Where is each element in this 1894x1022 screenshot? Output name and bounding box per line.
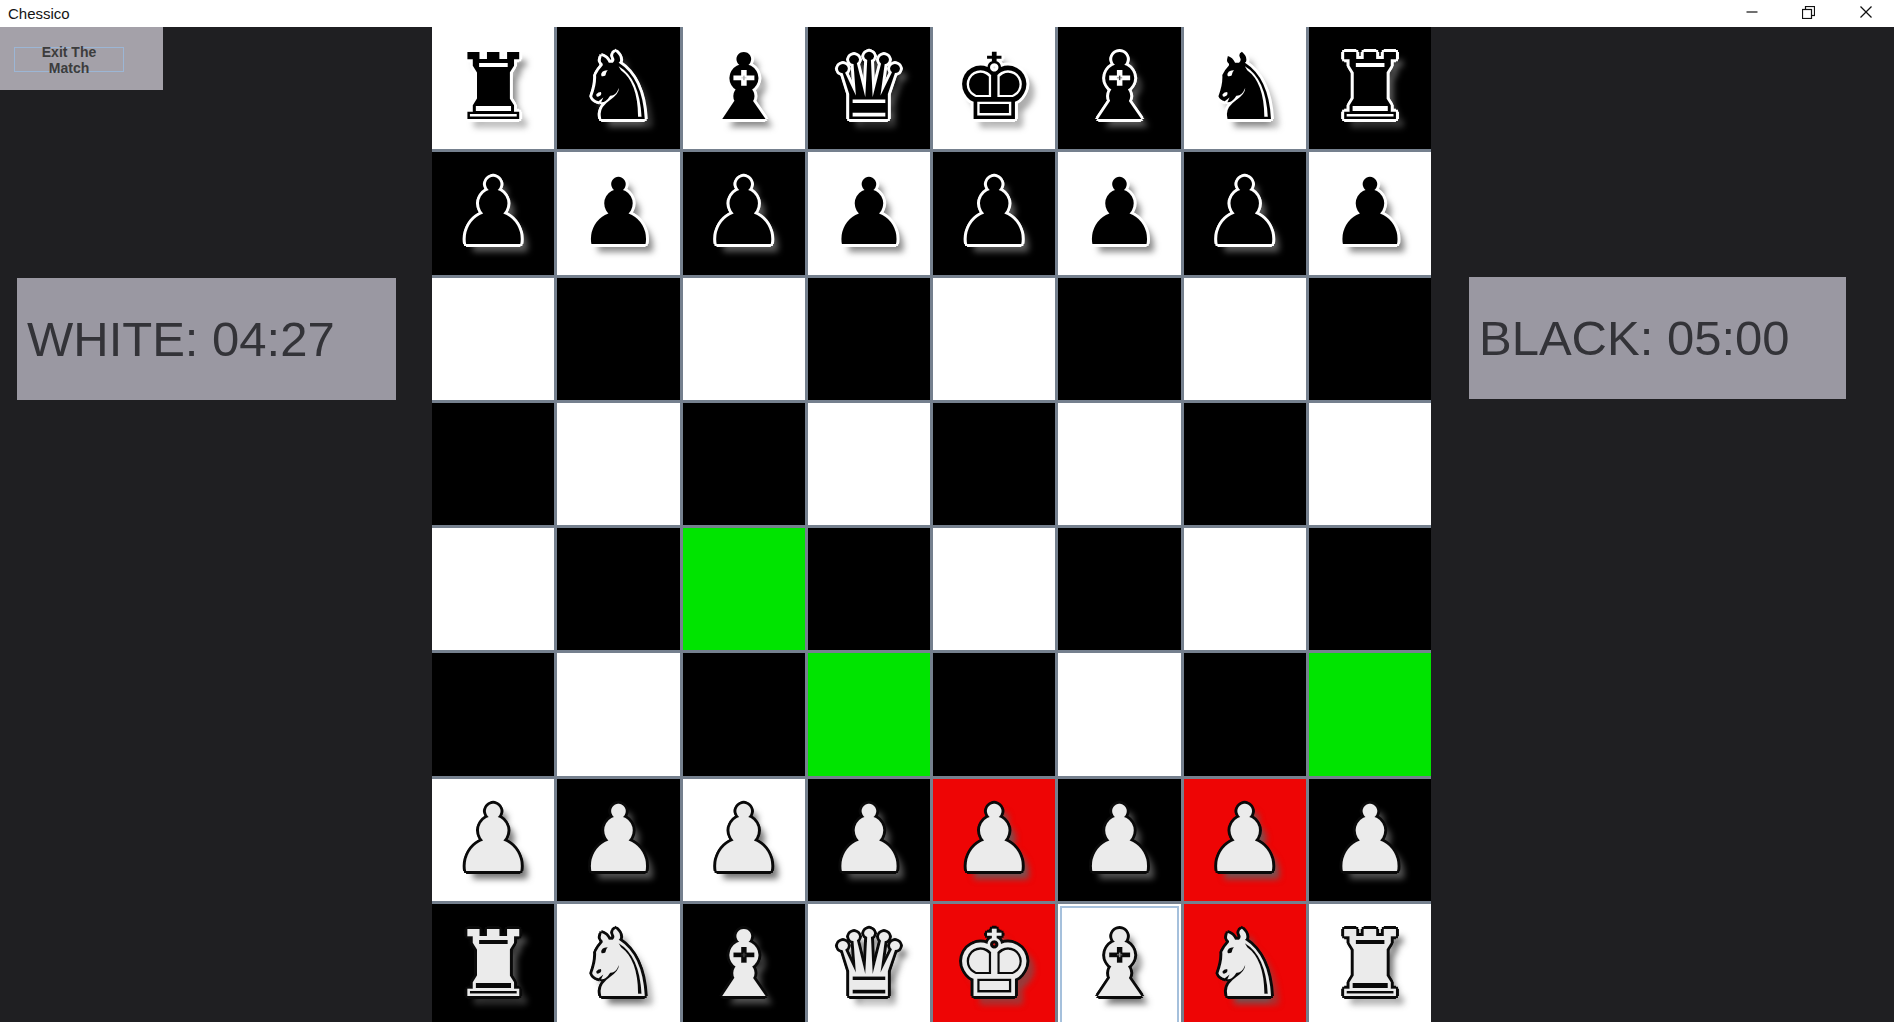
black-pawn-piece: ♟ (1203, 167, 1285, 259)
black-clock: BLACK: 05:00 (1469, 277, 1846, 399)
square-h6[interactable] (1309, 278, 1431, 400)
square-a2[interactable]: ♟ (432, 779, 554, 901)
square-h7[interactable]: ♟ (1309, 152, 1431, 274)
square-b5[interactable] (557, 403, 679, 525)
square-d6[interactable] (808, 278, 930, 400)
square-e2[interactable]: ♟ (933, 779, 1055, 901)
close-button[interactable] (1837, 0, 1894, 27)
square-a3[interactable] (432, 653, 554, 775)
exit-panel: Exit The Match (0, 27, 163, 90)
square-c4[interactable] (683, 528, 805, 650)
black-pawn-piece: ♟ (577, 167, 659, 259)
white-knight-piece: ♞ (577, 919, 659, 1011)
white-pawn-piece: ♟ (1078, 794, 1160, 886)
square-c2[interactable]: ♟ (683, 779, 805, 901)
square-c6[interactable] (683, 278, 805, 400)
square-g2[interactable]: ♟ (1184, 779, 1306, 901)
square-e1[interactable]: ♚ (933, 904, 1055, 1022)
square-a5[interactable] (432, 403, 554, 525)
square-d2[interactable]: ♟ (808, 779, 930, 901)
white-pawn-piece: ♟ (452, 794, 534, 886)
minimize-button[interactable] (1723, 0, 1780, 27)
square-d1[interactable]: ♛ (808, 904, 930, 1022)
black-pawn-piece: ♟ (452, 167, 534, 259)
square-g5[interactable] (1184, 403, 1306, 525)
white-rook-piece: ♜ (1329, 919, 1411, 1011)
black-pawn-piece: ♟ (828, 167, 910, 259)
black-pawn-piece: ♟ (953, 167, 1035, 259)
square-c3[interactable] (683, 653, 805, 775)
square-h1[interactable]: ♜ (1309, 904, 1431, 1022)
square-f8[interactable]: ♝ (1058, 27, 1180, 149)
square-c1[interactable]: ♝ (683, 904, 805, 1022)
square-g4[interactable] (1184, 528, 1306, 650)
square-f2[interactable]: ♟ (1058, 779, 1180, 901)
white-pawn-piece: ♟ (1329, 794, 1411, 886)
black-king-piece: ♚ (953, 42, 1035, 134)
square-f3[interactable] (1058, 653, 1180, 775)
square-b2[interactable]: ♟ (557, 779, 679, 901)
square-b1[interactable]: ♞ (557, 904, 679, 1022)
square-c7[interactable]: ♟ (683, 152, 805, 274)
window-title: Chessico (0, 5, 70, 22)
square-e4[interactable] (933, 528, 1055, 650)
restore-button[interactable] (1780, 0, 1837, 27)
black-pawn-piece: ♟ (702, 167, 784, 259)
black-bishop-piece: ♝ (1078, 42, 1160, 134)
white-clock: WHITE: 04:27 (17, 278, 396, 400)
black-pawn-piece: ♟ (1329, 167, 1411, 259)
square-f4[interactable] (1058, 528, 1180, 650)
square-f7[interactable]: ♟ (1058, 152, 1180, 274)
square-d7[interactable]: ♟ (808, 152, 930, 274)
square-b8[interactable]: ♞ (557, 27, 679, 149)
square-a8[interactable]: ♜ (432, 27, 554, 149)
square-d4[interactable] (808, 528, 930, 650)
square-b3[interactable] (557, 653, 679, 775)
square-e7[interactable]: ♟ (933, 152, 1055, 274)
white-pawn-piece: ♟ (702, 794, 784, 886)
square-h2[interactable]: ♟ (1309, 779, 1431, 901)
square-e6[interactable] (933, 278, 1055, 400)
square-a7[interactable]: ♟ (432, 152, 554, 274)
square-e3[interactable] (933, 653, 1055, 775)
square-b6[interactable] (557, 278, 679, 400)
square-d5[interactable] (808, 403, 930, 525)
white-king-piece: ♚ (953, 919, 1035, 1011)
square-h5[interactable] (1309, 403, 1431, 525)
white-bishop-piece: ♝ (702, 919, 784, 1011)
square-h8[interactable]: ♜ (1309, 27, 1431, 149)
square-d3[interactable] (808, 653, 930, 775)
square-g7[interactable]: ♟ (1184, 152, 1306, 274)
square-g1[interactable]: ♞ (1184, 904, 1306, 1022)
square-e8[interactable]: ♚ (933, 27, 1055, 149)
square-g3[interactable] (1184, 653, 1306, 775)
white-pawn-piece: ♟ (828, 794, 910, 886)
square-f6[interactable] (1058, 278, 1180, 400)
black-knight-piece: ♞ (1203, 42, 1285, 134)
black-queen-piece: ♛ (828, 42, 910, 134)
white-pawn-piece: ♟ (1203, 794, 1285, 886)
title-bar: Chessico (0, 0, 1894, 27)
square-a6[interactable] (432, 278, 554, 400)
black-rook-piece: ♜ (1329, 42, 1411, 134)
square-h3[interactable] (1309, 653, 1431, 775)
black-pawn-piece: ♟ (1078, 167, 1160, 259)
black-bishop-piece: ♝ (702, 42, 784, 134)
white-queen-piece: ♛ (828, 919, 910, 1011)
restore-icon (1802, 6, 1815, 22)
window-controls (1723, 0, 1894, 27)
white-rook-piece: ♜ (452, 919, 534, 1011)
black-knight-piece: ♞ (577, 42, 659, 134)
minimize-icon (1746, 6, 1758, 21)
square-f1[interactable]: ♝ (1058, 904, 1180, 1022)
white-pawn-piece: ♟ (577, 794, 659, 886)
square-b4[interactable] (557, 528, 679, 650)
square-g8[interactable]: ♞ (1184, 27, 1306, 149)
square-f5[interactable] (1058, 403, 1180, 525)
square-a4[interactable] (432, 528, 554, 650)
square-a1[interactable]: ♜ (432, 904, 554, 1022)
black-rook-piece: ♜ (452, 42, 534, 134)
square-c8[interactable]: ♝ (683, 27, 805, 149)
white-knight-piece: ♞ (1203, 919, 1285, 1011)
white-pawn-piece: ♟ (953, 794, 1035, 886)
exit-match-button[interactable]: Exit The Match (14, 47, 124, 72)
square-d8[interactable]: ♛ (808, 27, 930, 149)
chess-board: ♜♞♝♛♚♝♞♜♟♟♟♟♟♟♟♟♟♟♟♟♟♟♟♟♜♞♝♛♚♝♞♜ (432, 27, 1431, 1022)
square-e5[interactable] (933, 403, 1055, 525)
square-h4[interactable] (1309, 528, 1431, 650)
close-icon (1860, 6, 1872, 21)
square-c5[interactable] (683, 403, 805, 525)
white-bishop-piece: ♝ (1078, 919, 1160, 1011)
square-b7[interactable]: ♟ (557, 152, 679, 274)
square-g6[interactable] (1184, 278, 1306, 400)
